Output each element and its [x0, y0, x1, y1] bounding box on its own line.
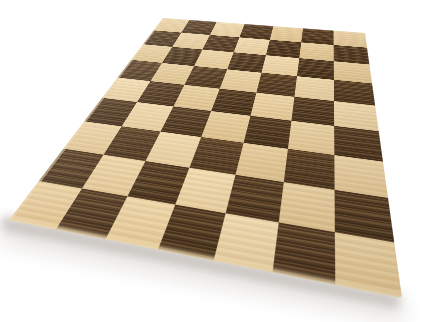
- product-photo-background: [0, 0, 425, 322]
